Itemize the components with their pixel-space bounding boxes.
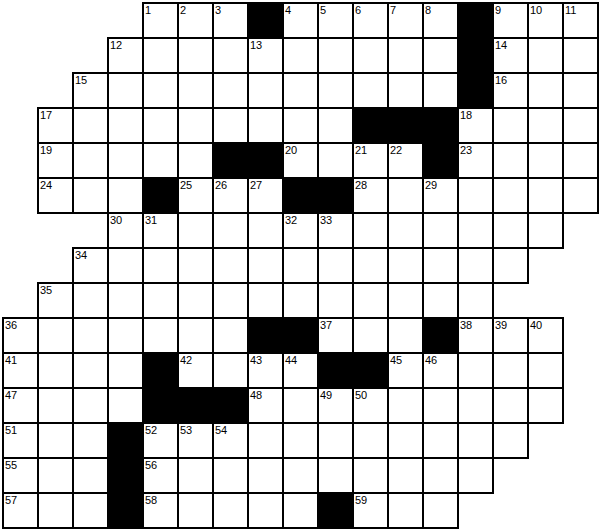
cell-r14-c1[interactable]: 55 xyxy=(3,458,38,493)
cell-r13-c13[interactable] xyxy=(423,423,458,458)
cell-r5-c13-black xyxy=(423,143,458,178)
cell-r10-c2[interactable] xyxy=(38,318,73,353)
cell-r11-c5-black xyxy=(143,353,178,388)
cell-r15-c13[interactable] xyxy=(423,493,458,528)
cell-r7-c15[interactable] xyxy=(493,213,528,248)
cell-r14-c9[interactable] xyxy=(283,458,318,493)
cell-r11-c1[interactable]: 41 xyxy=(3,353,38,388)
cell-r4-c11-black xyxy=(353,108,388,143)
cell-r14-c5[interactable]: 56 xyxy=(143,458,178,493)
cell-r1-c10[interactable]: 5 xyxy=(318,3,353,38)
cell-r10-c4[interactable] xyxy=(108,318,143,353)
clue-number-53: 53 xyxy=(180,424,192,436)
cell-r1-c9[interactable]: 4 xyxy=(283,3,318,38)
clue-number-12: 12 xyxy=(110,39,122,51)
clue-number-23: 23 xyxy=(460,144,472,156)
cell-r5-c3[interactable] xyxy=(73,143,108,178)
cell-r1-c15[interactable]: 9 xyxy=(493,3,528,38)
cell-r4-c14[interactable]: 18 xyxy=(458,108,493,143)
clue-number-41: 41 xyxy=(5,354,17,366)
cell-r3-c8[interactable] xyxy=(248,73,283,108)
cell-r1-c12[interactable]: 7 xyxy=(388,3,423,38)
cell-r1-c16[interactable]: 10 xyxy=(528,3,563,38)
cell-r15-c1[interactable]: 57 xyxy=(3,493,38,528)
cell-r9-c8[interactable] xyxy=(248,283,283,318)
cell-r6-c12[interactable] xyxy=(388,178,423,213)
cell-r7-c14[interactable] xyxy=(458,213,493,248)
cell-r2-c14-black xyxy=(458,38,493,73)
clue-number-29: 29 xyxy=(425,179,437,191)
cell-r10-c11[interactable] xyxy=(353,318,388,353)
cell-r14-c8[interactable] xyxy=(248,458,283,493)
cell-r12-c8[interactable]: 48 xyxy=(248,388,283,423)
cell-r8-c12[interactable] xyxy=(388,248,423,283)
cell-r12-c7-black xyxy=(213,388,248,423)
cell-r9-c7[interactable] xyxy=(213,283,248,318)
cell-r6-c16[interactable] xyxy=(528,178,563,213)
clue-number-54: 54 xyxy=(215,424,227,436)
cell-r15-c4-black xyxy=(108,493,143,528)
cell-r15-c10-black xyxy=(318,493,353,528)
cell-r15-c3[interactable] xyxy=(73,493,108,528)
cell-r9-c10[interactable] xyxy=(318,283,353,318)
cell-r10-c1[interactable]: 36 xyxy=(3,318,38,353)
cell-r3-c5[interactable] xyxy=(143,73,178,108)
clue-number-35: 35 xyxy=(40,284,52,296)
cell-r12-c9[interactable] xyxy=(283,388,318,423)
cell-r13-c8[interactable] xyxy=(248,423,283,458)
cell-r11-c14[interactable] xyxy=(458,353,493,388)
cell-r2-c8[interactable]: 13 xyxy=(248,38,283,73)
cell-r5-c5[interactable] xyxy=(143,143,178,178)
cell-r15-c9[interactable] xyxy=(283,493,318,528)
cell-r11-c8[interactable]: 43 xyxy=(248,353,283,388)
cell-r3-c12[interactable] xyxy=(388,73,423,108)
cell-r2-c9[interactable] xyxy=(283,38,318,73)
cell-r9-c9[interactable] xyxy=(283,283,318,318)
cell-r3-c4[interactable] xyxy=(108,73,143,108)
cell-r9-c11[interactable] xyxy=(353,283,388,318)
cell-r13-c2[interactable] xyxy=(38,423,73,458)
cell-r6-c17[interactable] xyxy=(563,178,598,213)
cell-r14-c3[interactable] xyxy=(73,458,108,493)
cell-r5-c8-black xyxy=(248,143,283,178)
clue-number-44: 44 xyxy=(285,354,297,366)
cell-r8-c10[interactable] xyxy=(318,248,353,283)
cell-r11-c2[interactable] xyxy=(38,353,73,388)
cell-r8-c6[interactable] xyxy=(178,248,213,283)
cell-r10-c3[interactable] xyxy=(73,318,108,353)
clue-number-14: 14 xyxy=(495,39,507,51)
cell-r15-c5[interactable]: 58 xyxy=(143,493,178,528)
clue-number-20: 20 xyxy=(285,144,297,156)
cell-r8-c5[interactable] xyxy=(143,248,178,283)
cell-r11-c7[interactable] xyxy=(213,353,248,388)
cell-r11-c4[interactable] xyxy=(108,353,143,388)
cell-r5-c11[interactable]: 21 xyxy=(353,143,388,178)
clue-number-39: 39 xyxy=(495,319,507,331)
clue-number-45: 45 xyxy=(390,354,402,366)
cell-r8-c7[interactable] xyxy=(213,248,248,283)
cell-r12-c2[interactable] xyxy=(38,388,73,423)
cell-r3-c15[interactable]: 16 xyxy=(493,73,528,108)
cell-r3-c16[interactable] xyxy=(528,73,563,108)
cell-r2-c17[interactable] xyxy=(563,38,598,73)
cell-r5-c4[interactable] xyxy=(108,143,143,178)
clue-number-42: 42 xyxy=(180,354,192,366)
cell-r14-c2[interactable] xyxy=(38,458,73,493)
cell-r3-c3[interactable]: 15 xyxy=(73,73,108,108)
cell-r8-c4[interactable] xyxy=(108,248,143,283)
cell-r14-c14[interactable] xyxy=(458,458,493,493)
cell-r1-c6[interactable]: 2 xyxy=(178,3,213,38)
cell-r3-c11[interactable] xyxy=(353,73,388,108)
clue-number-8: 8 xyxy=(425,4,431,16)
clue-number-7: 7 xyxy=(390,4,396,16)
clue-number-6: 6 xyxy=(355,4,361,16)
cell-r15-c12[interactable] xyxy=(388,493,423,528)
cell-r12-c1[interactable]: 47 xyxy=(3,388,38,423)
clue-number-40: 40 xyxy=(530,319,542,331)
cell-r6-c7[interactable]: 26 xyxy=(213,178,248,213)
cell-r5-c9[interactable]: 20 xyxy=(283,143,318,178)
clue-number-50: 50 xyxy=(355,389,367,401)
cell-r3-c13[interactable] xyxy=(423,73,458,108)
clue-number-49: 49 xyxy=(320,389,332,401)
cell-r6-c5-black xyxy=(143,178,178,213)
clue-number-33: 33 xyxy=(320,214,332,226)
cell-r10-c9-black xyxy=(283,318,318,353)
cell-r4-c2[interactable]: 17 xyxy=(38,108,73,143)
cell-r4-c12-black xyxy=(388,108,423,143)
clue-number-13: 13 xyxy=(250,39,262,51)
cell-r13-c10[interactable] xyxy=(318,423,353,458)
cell-r4-c17[interactable] xyxy=(563,108,598,143)
cell-r14-c6[interactable] xyxy=(178,458,213,493)
cell-r2-c16[interactable] xyxy=(528,38,563,73)
cell-r10-c13-black xyxy=(423,318,458,353)
cell-r2-c13[interactable] xyxy=(423,38,458,73)
cell-r7-c13[interactable] xyxy=(423,213,458,248)
clue-number-24: 24 xyxy=(40,179,52,191)
cell-r11-c3[interactable] xyxy=(73,353,108,388)
cell-r6-c13[interactable]: 29 xyxy=(423,178,458,213)
cell-r8-c15[interactable] xyxy=(493,248,528,283)
cell-r7-c5[interactable]: 31 xyxy=(143,213,178,248)
cell-r1-c11[interactable]: 6 xyxy=(353,3,388,38)
clue-number-46: 46 xyxy=(425,354,437,366)
cell-r13-c9[interactable] xyxy=(283,423,318,458)
cell-r14-c4-black xyxy=(108,458,143,493)
cell-r12-c5-black xyxy=(143,388,178,423)
cell-r5-c7-black xyxy=(213,143,248,178)
cell-r1-c5[interactable]: 1 xyxy=(143,3,178,38)
cell-r4-c7[interactable] xyxy=(213,108,248,143)
clue-number-36: 36 xyxy=(5,319,17,331)
cell-r8-c3[interactable]: 34 xyxy=(73,248,108,283)
clue-number-17: 17 xyxy=(40,109,52,121)
cell-r11-c13[interactable]: 46 xyxy=(423,353,458,388)
cell-r8-c8[interactable] xyxy=(248,248,283,283)
cell-r8-c9[interactable] xyxy=(283,248,318,283)
clue-number-9: 9 xyxy=(495,4,501,16)
cell-r8-c14[interactable] xyxy=(458,248,493,283)
clue-number-22: 22 xyxy=(390,144,402,156)
cell-r7-c6[interactable] xyxy=(178,213,213,248)
cell-r3-c6[interactable] xyxy=(178,73,213,108)
cell-r3-c7[interactable] xyxy=(213,73,248,108)
clue-number-56: 56 xyxy=(145,459,157,471)
cell-r9-c14[interactable] xyxy=(458,283,493,318)
cell-r8-c13[interactable] xyxy=(423,248,458,283)
cell-r9-c12[interactable] xyxy=(388,283,423,318)
cell-r10-c12[interactable] xyxy=(388,318,423,353)
cell-r11-c6[interactable]: 42 xyxy=(178,353,213,388)
cell-r2-c5[interactable] xyxy=(143,38,178,73)
cell-r14-c7[interactable] xyxy=(213,458,248,493)
cell-r6-c15[interactable] xyxy=(493,178,528,213)
cell-r7-c12[interactable] xyxy=(388,213,423,248)
cell-r15-c2[interactable] xyxy=(38,493,73,528)
clue-number-4: 4 xyxy=(285,4,291,16)
cell-r13-c5[interactable]: 52 xyxy=(143,423,178,458)
cell-r11-c12[interactable]: 45 xyxy=(388,353,423,388)
cell-r7-c10[interactable]: 33 xyxy=(318,213,353,248)
cell-r9-c5[interactable] xyxy=(143,283,178,318)
cell-r10-c8-black xyxy=(248,318,283,353)
clue-number-27: 27 xyxy=(250,179,262,191)
cell-r13-c4-black xyxy=(108,423,143,458)
cell-r1-c7[interactable]: 3 xyxy=(213,3,248,38)
cell-r5-c17[interactable] xyxy=(563,143,598,178)
cell-r4-c15[interactable] xyxy=(493,108,528,143)
cell-r12-c6-black xyxy=(178,388,213,423)
cell-r3-c17[interactable] xyxy=(563,73,598,108)
clue-number-32: 32 xyxy=(285,214,297,226)
clue-number-19: 19 xyxy=(40,144,52,156)
cell-r2-c6[interactable] xyxy=(178,38,213,73)
cell-r9-c3[interactable] xyxy=(73,283,108,318)
cell-r13-c11[interactable] xyxy=(353,423,388,458)
cell-r6-c2[interactable]: 24 xyxy=(38,178,73,213)
cell-r11-c10-black xyxy=(318,353,353,388)
cell-r10-c7[interactable] xyxy=(213,318,248,353)
clue-number-16: 16 xyxy=(495,74,507,86)
cell-r9-c2[interactable]: 35 xyxy=(38,283,73,318)
cell-r2-c4[interactable]: 12 xyxy=(108,38,143,73)
cell-r12-c16[interactable] xyxy=(528,388,563,423)
cell-r13-c7[interactable]: 54 xyxy=(213,423,248,458)
crossword-grid: 1234567891011121314151617181920212223242… xyxy=(3,3,598,528)
cell-r6-c14[interactable] xyxy=(458,178,493,213)
cell-r5-c2[interactable]: 19 xyxy=(38,143,73,178)
cell-r4-c9[interactable] xyxy=(283,108,318,143)
cell-r12-c3[interactable] xyxy=(73,388,108,423)
cell-r2-c12[interactable] xyxy=(388,38,423,73)
crossword-board: 1234567891011121314151617181920212223242… xyxy=(0,0,600,530)
cell-r15-c7[interactable] xyxy=(213,493,248,528)
clue-number-5: 5 xyxy=(320,4,326,16)
cell-r5-c12[interactable]: 22 xyxy=(388,143,423,178)
cell-r3-c10[interactable] xyxy=(318,73,353,108)
cell-r5-c6[interactable] xyxy=(178,143,213,178)
cell-r4-c13-black xyxy=(423,108,458,143)
cell-r13-c3[interactable] xyxy=(73,423,108,458)
cell-r7-c9[interactable]: 32 xyxy=(283,213,318,248)
clue-number-25: 25 xyxy=(180,179,192,191)
clue-number-59: 59 xyxy=(355,494,367,506)
cell-r15-c11[interactable]: 59 xyxy=(353,493,388,528)
cell-r10-c15[interactable]: 39 xyxy=(493,318,528,353)
cell-r11-c9[interactable]: 44 xyxy=(283,353,318,388)
cell-r7-c8[interactable] xyxy=(248,213,283,248)
clue-number-31: 31 xyxy=(145,214,157,226)
clue-number-47: 47 xyxy=(5,389,17,401)
cell-r5-c10[interactable] xyxy=(318,143,353,178)
cell-r9-c13[interactable] xyxy=(423,283,458,318)
cell-r13-c12[interactable] xyxy=(388,423,423,458)
cell-r15-c6[interactable] xyxy=(178,493,213,528)
clue-number-48: 48 xyxy=(250,389,262,401)
clue-number-30: 30 xyxy=(110,214,122,226)
cell-r12-c11[interactable]: 50 xyxy=(353,388,388,423)
cell-r3-c14-black xyxy=(458,73,493,108)
clue-number-1: 1 xyxy=(145,4,151,16)
cell-r10-c5[interactable] xyxy=(143,318,178,353)
cell-r12-c10[interactable]: 49 xyxy=(318,388,353,423)
cell-r12-c13[interactable] xyxy=(423,388,458,423)
cell-r11-c15[interactable] xyxy=(493,353,528,388)
clue-number-26: 26 xyxy=(215,179,227,191)
clue-number-21: 21 xyxy=(355,144,367,156)
cell-r1-c8-black xyxy=(248,3,283,38)
clue-number-57: 57 xyxy=(5,494,17,506)
cell-r5-c16[interactable] xyxy=(528,143,563,178)
clue-number-51: 51 xyxy=(5,424,17,436)
cell-r13-c6[interactable]: 53 xyxy=(178,423,213,458)
cell-r10-c14[interactable]: 38 xyxy=(458,318,493,353)
cell-r12-c12[interactable] xyxy=(388,388,423,423)
cell-r5-c15[interactable] xyxy=(493,143,528,178)
cell-r1-c14-black xyxy=(458,3,493,38)
cell-r4-c10[interactable] xyxy=(318,108,353,143)
cell-r6-c3[interactable] xyxy=(73,178,108,213)
cell-r14-c12[interactable] xyxy=(388,458,423,493)
cell-r8-c11[interactable] xyxy=(353,248,388,283)
cell-r6-c10-black xyxy=(318,178,353,213)
cell-r2-c7[interactable] xyxy=(213,38,248,73)
cell-r6-c9-black xyxy=(283,178,318,213)
clue-number-10: 10 xyxy=(530,4,542,16)
cell-r12-c4[interactable] xyxy=(108,388,143,423)
cell-r7-c11[interactable] xyxy=(353,213,388,248)
clue-number-18: 18 xyxy=(460,109,472,121)
clue-number-43: 43 xyxy=(250,354,262,366)
cell-r13-c14[interactable] xyxy=(458,423,493,458)
cell-r12-c15[interactable] xyxy=(493,388,528,423)
cell-r4-c8[interactable] xyxy=(248,108,283,143)
cell-r13-c1[interactable]: 51 xyxy=(3,423,38,458)
cell-r4-c5[interactable] xyxy=(143,108,178,143)
cell-r7-c7[interactable] xyxy=(213,213,248,248)
cell-r14-c13[interactable] xyxy=(423,458,458,493)
cell-r2-c10[interactable] xyxy=(318,38,353,73)
clue-number-37: 37 xyxy=(320,319,332,331)
cell-r1-c13[interactable]: 8 xyxy=(423,3,458,38)
cell-r15-c8[interactable] xyxy=(248,493,283,528)
clue-number-55: 55 xyxy=(5,459,17,471)
cell-r1-c17[interactable]: 11 xyxy=(563,3,598,38)
cell-r14-c10[interactable] xyxy=(318,458,353,493)
cell-r4-c3[interactable] xyxy=(73,108,108,143)
cell-r9-c6[interactable] xyxy=(178,283,213,318)
cell-r6-c6[interactable]: 25 xyxy=(178,178,213,213)
cell-r6-c8[interactable]: 27 xyxy=(248,178,283,213)
cell-r7-c16[interactable] xyxy=(528,213,563,248)
cell-r11-c11-black xyxy=(353,353,388,388)
clue-number-3: 3 xyxy=(215,4,221,16)
cell-r12-c14[interactable] xyxy=(458,388,493,423)
cell-r4-c6[interactable] xyxy=(178,108,213,143)
clue-number-15: 15 xyxy=(75,74,87,86)
cell-r13-c15[interactable] xyxy=(493,423,528,458)
cell-r4-c16[interactable] xyxy=(528,108,563,143)
cell-r10-c10[interactable]: 37 xyxy=(318,318,353,353)
cell-r7-c4[interactable]: 30 xyxy=(108,213,143,248)
cell-r10-c16[interactable]: 40 xyxy=(528,318,563,353)
clue-number-52: 52 xyxy=(145,424,157,436)
cell-r11-c16[interactable] xyxy=(528,353,563,388)
cell-r5-c14[interactable]: 23 xyxy=(458,143,493,178)
cell-r2-c11[interactable] xyxy=(353,38,388,73)
clue-number-58: 58 xyxy=(145,494,157,506)
clue-number-2: 2 xyxy=(180,4,186,16)
cell-r6-c4[interactable] xyxy=(108,178,143,213)
clue-number-34: 34 xyxy=(75,249,87,261)
cell-r9-c4[interactable] xyxy=(108,283,143,318)
cell-r10-c6[interactable] xyxy=(178,318,213,353)
cell-r3-c9[interactable] xyxy=(283,73,318,108)
cell-r6-c11[interactable]: 28 xyxy=(353,178,388,213)
cell-r14-c11[interactable] xyxy=(353,458,388,493)
clue-number-28: 28 xyxy=(355,179,367,191)
cell-r4-c4[interactable] xyxy=(108,108,143,143)
clue-number-38: 38 xyxy=(460,319,472,331)
clue-number-11: 11 xyxy=(565,4,576,16)
cell-r2-c15[interactable]: 14 xyxy=(493,38,528,73)
